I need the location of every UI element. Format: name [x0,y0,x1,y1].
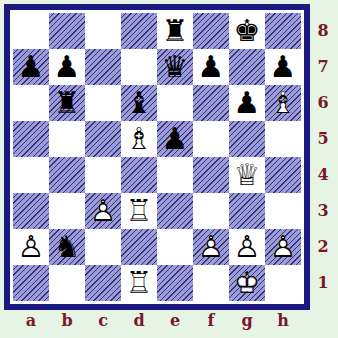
piece-black-pawn-b7[interactable]: ♟ [49,49,85,85]
square-h3[interactable] [265,193,301,229]
piece-white-bishop-d5[interactable]: ♝♗ [121,121,157,157]
piece-white-pawn-h2[interactable]: ♟♙ [265,229,301,265]
rank-label-2: 2 [310,229,336,265]
pawn-outline-icon: ♙ [13,229,49,265]
square-g7[interactable] [229,49,265,85]
square-g2[interactable]: ♟♙ [229,229,265,265]
square-g8[interactable]: ♚ [229,13,265,49]
bishop-outline-icon: ♗ [121,121,157,157]
rook-icon: ♜ [49,85,85,121]
square-h8[interactable] [265,13,301,49]
square-f4[interactable] [193,157,229,193]
square-a3[interactable] [13,193,49,229]
square-g6[interactable]: ♟ [229,85,265,121]
pawn-outline-icon: ♙ [265,229,301,265]
pawn-icon: ♟ [229,85,265,121]
square-f2[interactable]: ♟♙ [193,229,229,265]
pawn-icon: ♟ [265,49,301,85]
square-c1[interactable] [85,265,121,301]
square-e6[interactable] [157,85,193,121]
square-e5[interactable]: ♟ [157,121,193,157]
piece-black-king-g8[interactable]: ♚ [229,13,265,49]
square-g1[interactable]: ♚♔ [229,265,265,301]
bishop-icon: ♝ [121,85,157,121]
rank-label-1: 1 [310,265,336,301]
square-d3[interactable]: ♜♖ [121,193,157,229]
file-label-h: h [265,307,301,335]
square-h7[interactable]: ♟ [265,49,301,85]
square-c8[interactable] [85,13,121,49]
knight-icon: ♞ [49,229,85,265]
rook-icon: ♜ [157,13,193,49]
square-a5[interactable] [13,121,49,157]
square-b5[interactable] [49,121,85,157]
square-h5[interactable] [265,121,301,157]
square-e7[interactable]: ♛ [157,49,193,85]
pawn-outline-icon: ♙ [193,229,229,265]
piece-black-pawn-a7[interactable]: ♟ [13,49,49,85]
file-label-e: e [157,307,193,335]
file-label-g: g [229,307,265,335]
square-c3[interactable]: ♟♙ [85,193,121,229]
square-h4[interactable] [265,157,301,193]
square-c2[interactable] [85,229,121,265]
square-g4[interactable]: ♛♕ [229,157,265,193]
piece-white-pawn-g2[interactable]: ♟♙ [229,229,265,265]
piece-black-queen-e7[interactable]: ♛ [157,49,193,85]
square-e8[interactable]: ♜ [157,13,193,49]
file-labels: abcdefgh [13,307,301,335]
piece-white-king-g1[interactable]: ♚♔ [229,265,265,301]
piece-black-pawn-g6[interactable]: ♟ [229,85,265,121]
square-d1[interactable]: ♜♖ [121,265,157,301]
square-h1[interactable] [265,265,301,301]
piece-black-bishop-d6[interactable]: ♝ [121,85,157,121]
rank-label-7: 7 [310,49,336,85]
pawn-icon: ♟ [193,49,229,85]
pawn-outline-icon: ♙ [85,193,121,229]
piece-white-pawn-a2[interactable]: ♟♙ [13,229,49,265]
rook-outline-icon: ♖ [121,265,157,301]
rank-label-3: 3 [310,193,336,229]
piece-black-rook-b6[interactable]: ♜ [49,85,85,121]
rank-labels: 87654321 [310,13,336,301]
square-b6[interactable]: ♜ [49,85,85,121]
file-label-d: d [121,307,157,335]
piece-black-pawn-h7[interactable]: ♟ [265,49,301,85]
square-b4[interactable] [49,157,85,193]
bishop-outline-icon: ♗ [265,85,301,121]
rook-outline-icon: ♖ [121,193,157,229]
piece-white-bishop-h6[interactable]: ♝♗ [265,85,301,121]
square-a6[interactable] [13,85,49,121]
board-frame: ♜♚♟♟♛♟♟♜♝♟♝♗♝♗♟♛♕♟♙♜♖♟♙♞♟♙♟♙♟♙♜♖♚♔ [4,4,310,310]
rank-label-5: 5 [310,121,336,157]
square-f5[interactable] [193,121,229,157]
piece-white-rook-d3[interactable]: ♜♖ [121,193,157,229]
square-e4[interactable] [157,157,193,193]
square-h6[interactable]: ♝♗ [265,85,301,121]
square-d4[interactable] [121,157,157,193]
queen-outline-icon: ♕ [229,157,265,193]
pawn-icon: ♟ [13,49,49,85]
rank-label-8: 8 [310,13,336,49]
square-e1[interactable] [157,265,193,301]
piece-white-pawn-f2[interactable]: ♟♙ [193,229,229,265]
square-g5[interactable] [229,121,265,157]
square-c4[interactable] [85,157,121,193]
square-e3[interactable] [157,193,193,229]
square-a4[interactable] [13,157,49,193]
square-b3[interactable] [49,193,85,229]
square-c7[interactable] [85,49,121,85]
pawn-icon: ♟ [49,49,85,85]
square-a1[interactable] [13,265,49,301]
piece-black-knight-b2[interactable]: ♞ [49,229,85,265]
square-c6[interactable] [85,85,121,121]
square-f7[interactable]: ♟ [193,49,229,85]
chess-diagram: ♜♚♟♟♛♟♟♜♝♟♝♗♝♗♟♛♕♟♙♜♖♟♙♞♟♙♟♙♟♙♜♖♚♔ 87654… [0,0,338,338]
square-f6[interactable] [193,85,229,121]
square-b1[interactable] [49,265,85,301]
piece-black-pawn-f7[interactable]: ♟ [193,49,229,85]
square-a8[interactable] [13,13,49,49]
piece-black-pawn-e5[interactable]: ♟ [157,121,193,157]
file-label-b: b [49,307,85,335]
square-b2[interactable]: ♞ [49,229,85,265]
square-b7[interactable]: ♟ [49,49,85,85]
square-c5[interactable] [85,121,121,157]
piece-white-queen-g4[interactable]: ♛♕ [229,157,265,193]
square-d2[interactable] [121,229,157,265]
file-label-c: c [85,307,121,335]
file-label-a: a [13,307,49,335]
square-d6[interactable]: ♝ [121,85,157,121]
pawn-outline-icon: ♙ [229,229,265,265]
square-f3[interactable] [193,193,229,229]
square-f8[interactable] [193,13,229,49]
file-label-f: f [193,307,229,335]
square-f1[interactable] [193,265,229,301]
square-a2[interactable]: ♟♙ [13,229,49,265]
square-h2[interactable]: ♟♙ [265,229,301,265]
king-icon: ♚ [229,13,265,49]
square-a7[interactable]: ♟ [13,49,49,85]
piece-black-rook-e8[interactable]: ♜ [157,13,193,49]
piece-white-pawn-c3[interactable]: ♟♙ [85,193,121,229]
rank-label-4: 4 [310,157,336,193]
square-b8[interactable] [49,13,85,49]
square-d7[interactable] [121,49,157,85]
square-e2[interactable] [157,229,193,265]
piece-white-rook-d1[interactable]: ♜♖ [121,265,157,301]
queen-icon: ♛ [157,49,193,85]
rank-label-6: 6 [310,85,336,121]
pawn-icon: ♟ [157,121,193,157]
king-outline-icon: ♔ [229,265,265,301]
square-d5[interactable]: ♝♗ [121,121,157,157]
square-g3[interactable] [229,193,265,229]
square-d8[interactable] [121,13,157,49]
chess-board: ♜♚♟♟♛♟♟♜♝♟♝♗♝♗♟♛♕♟♙♜♖♟♙♞♟♙♟♙♟♙♜♖♚♔ [13,13,301,301]
